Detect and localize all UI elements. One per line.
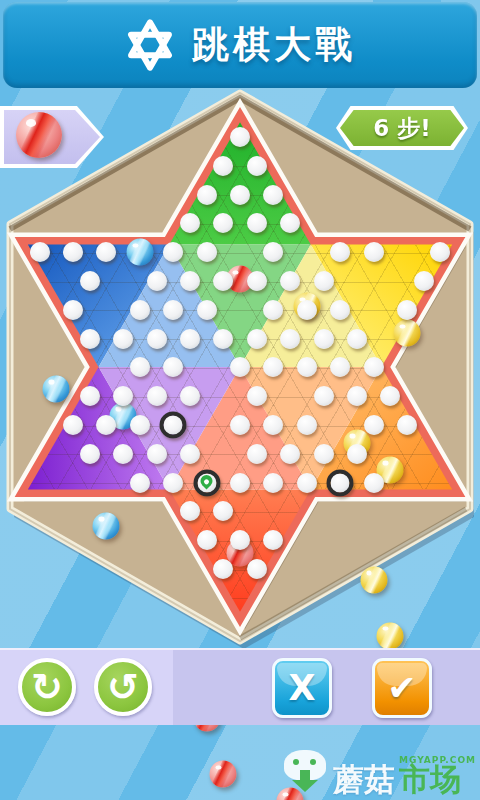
empty-hole-r11c7[interactable] <box>263 415 283 435</box>
empty-hole-r7c3[interactable] <box>130 300 150 320</box>
empty-hole-r13c7[interactable] <box>230 473 250 493</box>
empty-hole-r10c10[interactable] <box>380 386 400 406</box>
steps-badge: 6 步! <box>336 106 468 150</box>
empty-hole-r5c1[interactable] <box>30 242 50 262</box>
empty-hole-r6c5[interactable] <box>180 271 200 291</box>
empty-hole-r13c5[interactable] <box>163 473 183 493</box>
empty-hole-r5c5[interactable] <box>163 242 183 262</box>
empty-hole-r2c1[interactable] <box>213 156 233 176</box>
empty-hole-r7c7[interactable] <box>263 300 283 320</box>
empty-hole-r6c4[interactable] <box>147 271 167 291</box>
empty-hole-r5c11[interactable] <box>364 242 384 262</box>
empty-hole-r12c10[interactable] <box>347 444 367 464</box>
empty-hole-r11c8[interactable] <box>297 415 317 435</box>
empty-hole-r15c2[interactable] <box>230 530 250 550</box>
empty-hole-r10c4[interactable] <box>180 386 200 406</box>
empty-hole-r12c8[interactable] <box>280 444 300 464</box>
red-marble-r10c5[interactable] <box>210 761 237 788</box>
empty-hole-r14c1[interactable] <box>180 501 200 521</box>
undo-circular-arrow-icon: ↺ <box>107 668 139 706</box>
empty-hole-r12c3[interactable] <box>113 444 133 464</box>
empty-hole-r12c4[interactable] <box>147 444 167 464</box>
hexagram-star-icon <box>124 19 176 71</box>
empty-hole-r15c3[interactable] <box>263 530 283 550</box>
empty-hole-r14c2[interactable] <box>213 501 233 521</box>
empty-hole-r3c1[interactable] <box>197 185 217 205</box>
ring-marker-hole-r13c10[interactable] <box>327 469 354 496</box>
empty-hole-r11c11[interactable] <box>397 415 417 435</box>
confirm-button[interactable]: ✔ <box>372 658 432 718</box>
watermark: 蘑菇 MGYAPP.COM 市场 <box>281 748 476 794</box>
yellow-marble-r5c12[interactable] <box>394 320 421 347</box>
empty-hole-r3c3[interactable] <box>263 185 283 205</box>
empty-hole-r3c2[interactable] <box>230 185 250 205</box>
empty-hole-r9c3[interactable] <box>163 357 183 377</box>
empty-hole-r8c4[interactable] <box>180 329 200 349</box>
cyan-marble-r7c2[interactable] <box>93 512 120 539</box>
empty-hole-r9c2[interactable] <box>130 357 150 377</box>
empty-hole-r4c3[interactable] <box>247 213 267 233</box>
empty-hole-r7c9[interactable] <box>330 300 350 320</box>
empty-hole-r15c1[interactable] <box>197 530 217 550</box>
empty-hole-r11c1[interactable] <box>63 415 83 435</box>
watermark-brand-white: 蘑菇 <box>333 765 395 794</box>
header: 跳棋大戰 <box>3 2 477 88</box>
empty-hole-r16c1[interactable] <box>213 559 233 579</box>
empty-hole-r4c4[interactable] <box>280 213 300 233</box>
empty-hole-r8c3[interactable] <box>147 329 167 349</box>
empty-hole-r13c8[interactable] <box>263 473 283 493</box>
empty-hole-r1c1[interactable] <box>230 127 250 147</box>
empty-hole-r2c2[interactable] <box>247 156 267 176</box>
empty-hole-r7c5[interactable] <box>197 300 217 320</box>
page-title: 跳棋大戰 <box>192 20 356 70</box>
empty-hole-r9c8[interactable] <box>330 357 350 377</box>
empty-hole-r5c2[interactable] <box>63 242 83 262</box>
empty-hole-r4c2[interactable] <box>213 213 233 233</box>
empty-hole-r10c8[interactable] <box>314 386 334 406</box>
empty-hole-r10c6[interactable] <box>247 386 267 406</box>
empty-hole-r9c7[interactable] <box>297 357 317 377</box>
empty-hole-r13c11[interactable] <box>364 473 384 493</box>
undo-button[interactable]: ↻ <box>18 658 76 716</box>
empty-hole-r8c6[interactable] <box>247 329 267 349</box>
cancel-button[interactable]: X <box>272 658 332 718</box>
yellow-marble-r7c10[interactable] <box>360 566 387 593</box>
empty-hole-r13c4[interactable] <box>130 473 150 493</box>
yellow-marble-r8c10[interactable] <box>377 622 404 649</box>
redo-button[interactable]: ↺ <box>94 658 152 716</box>
empty-hole-r6c7[interactable] <box>247 271 267 291</box>
confirm-check-icon: ✔ <box>387 668 416 708</box>
empty-hole-r9c9[interactable] <box>364 357 384 377</box>
cyan-marble-r6c1[interactable] <box>43 376 70 403</box>
empty-hole-r7c11[interactable] <box>397 300 417 320</box>
empty-hole-r11c2[interactable] <box>96 415 116 435</box>
empty-hole-r12c2[interactable] <box>80 444 100 464</box>
empty-hole-r8c5[interactable] <box>213 329 233 349</box>
empty-hole-r5c8[interactable] <box>263 242 283 262</box>
empty-hole-r5c6[interactable] <box>197 242 217 262</box>
empty-hole-r16c2[interactable] <box>247 559 267 579</box>
empty-hole-r9c5[interactable] <box>230 357 250 377</box>
mushroom-market-logo-icon <box>281 748 329 794</box>
empty-hole-r8c1[interactable] <box>80 329 100 349</box>
empty-hole-r10c9[interactable] <box>347 386 367 406</box>
empty-hole-r4c1[interactable] <box>180 213 200 233</box>
app-screen: 跳棋大戰 6 步! ↻ ↺ X ✔ 蘑菇 MGYAPP.COM <box>0 0 480 800</box>
empty-hole-r8c7[interactable] <box>280 329 300 349</box>
watermark-brand-green: 市场 <box>399 765 461 794</box>
empty-hole-r11c6[interactable] <box>230 415 250 435</box>
empty-hole-r5c10[interactable] <box>330 242 350 262</box>
empty-hole-r6c12[interactable] <box>414 271 434 291</box>
steps-badge-text: 6 步! <box>373 113 431 144</box>
empty-hole-r5c3[interactable] <box>96 242 116 262</box>
empty-hole-r10c1[interactable] <box>80 386 100 406</box>
empty-hole-r8c8[interactable] <box>314 329 334 349</box>
empty-hole-r8c2[interactable] <box>113 329 133 349</box>
empty-hole-r9c6[interactable] <box>263 357 283 377</box>
empty-hole-r7c8[interactable] <box>297 300 317 320</box>
empty-hole-r6c2[interactable] <box>80 271 100 291</box>
toolbar: ↻ ↺ X ✔ <box>0 648 480 725</box>
empty-hole-r11c10[interactable] <box>364 415 384 435</box>
empty-hole-r8c9[interactable] <box>347 329 367 349</box>
empty-hole-r12c7[interactable] <box>247 444 267 464</box>
empty-hole-r10c2[interactable] <box>113 386 133 406</box>
empty-hole-r11c3[interactable] <box>130 415 150 435</box>
empty-hole-r6c8[interactable] <box>280 271 300 291</box>
cyan-marble-r5c4[interactable] <box>126 239 153 266</box>
green-pin-icon <box>198 473 215 490</box>
empty-hole-r7c1[interactable] <box>63 300 83 320</box>
empty-hole-r6c9[interactable] <box>314 271 334 291</box>
empty-hole-r12c5[interactable] <box>180 444 200 464</box>
redo-circular-arrow-icon: ↻ <box>31 668 63 706</box>
empty-hole-r12c9[interactable] <box>314 444 334 464</box>
empty-hole-r7c4[interactable] <box>163 300 183 320</box>
cancel-x-icon: X <box>289 668 316 708</box>
empty-hole-r13c9[interactable] <box>297 473 317 493</box>
empty-hole-r6c6[interactable] <box>213 271 233 291</box>
pin-marker-hole-r13c6[interactable] <box>193 469 220 496</box>
turn-marble-red <box>16 112 62 158</box>
ring-marker-hole-r11c4[interactable] <box>160 412 187 439</box>
empty-hole-r10c3[interactable] <box>147 386 167 406</box>
empty-hole-r5c13[interactable] <box>430 242 450 262</box>
